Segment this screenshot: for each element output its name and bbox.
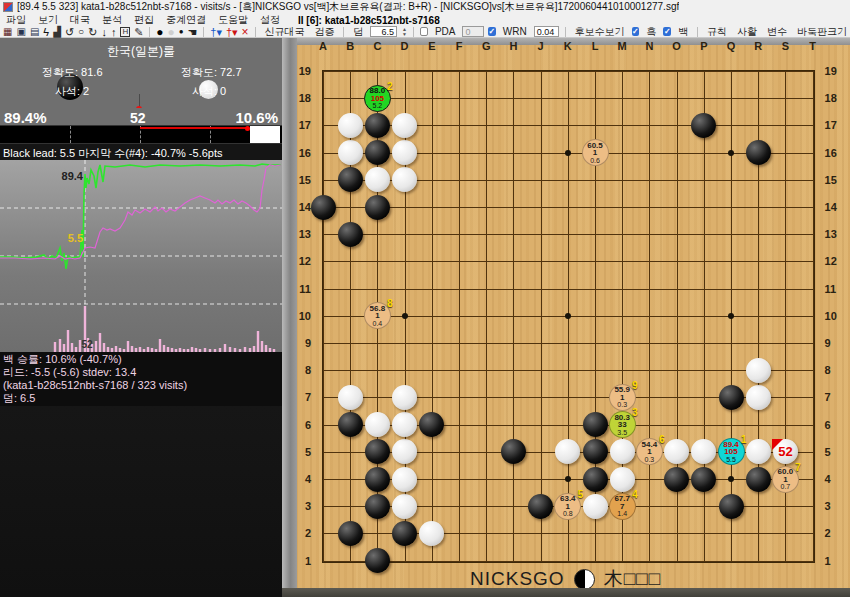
go-board[interactable]: ABCDEFGHJKLMNOPQRST191918181717161615151… (282, 38, 850, 597)
chart-columns-icon[interactable]: ▟ (53, 27, 61, 37)
toolbar-separator (697, 27, 698, 37)
menu-item-파일[interactable]: 파일 (6, 13, 26, 27)
coord-top-H: H (505, 40, 521, 52)
black-stone-J3 (528, 494, 553, 519)
menu-item-대국[interactable]: 대국 (70, 13, 90, 27)
white-stone-M5 (610, 439, 635, 464)
black-stone-R16 (746, 140, 771, 165)
panel-empty-area (0, 406, 282, 597)
engine-stats: 백 승률: 10.6% (-40.7%) 리드: -5.5 (-5.6) std… (0, 352, 282, 406)
blue-cross-dropdown-icon[interactable]: †▾ (210, 27, 222, 37)
black-stone-O4 (664, 467, 689, 492)
coord-right-18: 18 (825, 92, 841, 104)
lead-summary: Black lead: 5.5 마지막 수(#4): -40.7% -5.6pt… (3, 146, 281, 161)
toolbar-separator (149, 27, 150, 37)
analysis-circle-M3[interactable]: 67.771.44 (609, 493, 636, 520)
black-winrate: 89.4% (4, 109, 47, 126)
coord-left-3: 3 (295, 500, 311, 512)
analysis-circle-Q5[interactable]: 89.41055.51 (718, 438, 745, 465)
black-stone-icon[interactable]: ● (156, 27, 163, 37)
black-stone-D2 (392, 521, 417, 546)
white-stone-B16 (338, 140, 363, 165)
coord-right-3: 3 (825, 500, 841, 512)
coord-right-2: 2 (825, 527, 841, 539)
new-game-button[interactable]: 신규대국 (261, 25, 307, 39)
hand-icon[interactable]: ☚ (188, 27, 198, 37)
white-stone-B17 (338, 113, 363, 138)
analysis-rank: 2 (387, 81, 393, 92)
black-stone-C3 (365, 494, 390, 519)
rule-label: 한국(일본)룰 (0, 43, 282, 60)
analysis-rank: 5 (578, 489, 584, 500)
coord-left-16: 16 (295, 147, 311, 159)
black-stone-R4 (746, 467, 771, 492)
toolbar-button-사활[interactable]: 사활 (734, 25, 760, 39)
yin-yang-stone-icon (574, 569, 595, 590)
svg-text:5.5: 5.5 (68, 232, 83, 244)
white-stone-B7 (338, 385, 363, 410)
wrn-input[interactable]: 0.04 (534, 26, 559, 37)
menu-item-편집[interactable]: 편집 (134, 13, 154, 27)
star-point-Q10 (728, 313, 734, 319)
coord-top-Q: Q (723, 40, 739, 52)
rotate-icon[interactable]: ↻ (88, 27, 97, 37)
menu-item-분석[interactable]: 분석 (102, 13, 122, 27)
coord-top-D: D (397, 40, 413, 52)
board-tabs-icon[interactable]: ▦ (3, 27, 12, 37)
black-stone-Q7 (719, 385, 744, 410)
last-move-flag (772, 439, 783, 450)
coord-right-10: 10 (825, 310, 841, 322)
coord-left-8: 8 (295, 364, 311, 376)
analysis-rank: 8 (387, 298, 393, 309)
coord-left-18: 18 (295, 92, 311, 104)
coord-left-1: 1 (295, 555, 311, 567)
player-header: 한국(일본)룰 정확도: 81.6 정확도: 72.7 사석: 2 사석: 0 … (0, 38, 282, 108)
coord-left-14: 14 (295, 201, 311, 213)
pda-input[interactable]: 0 (462, 26, 484, 37)
coord-right-15: 15 (825, 174, 841, 186)
coord-right-11: 11 (825, 283, 841, 295)
coord-right-19: 19 (825, 65, 841, 77)
stats-line-4: 덤: 6.5 (3, 392, 279, 405)
wrn-label: WRN (500, 26, 530, 37)
white-stone-D7 (392, 385, 417, 410)
analysis-score: 0.8 (563, 510, 573, 517)
analysis-rank: 9 (632, 380, 638, 391)
winrate-delta-marker (245, 126, 250, 131)
toolbar-separator (413, 27, 414, 37)
black-stone-L6 (583, 412, 608, 437)
arrow-down-icon[interactable]: ↓ (101, 27, 107, 37)
toolbar-button-규칙[interactable]: 규칙 (704, 25, 730, 39)
analysis-circle-M6[interactable]: 80.3333.53 (609, 411, 636, 438)
coord-right-7: 7 (825, 391, 841, 403)
coord-top-P: P (696, 40, 712, 52)
white-stone-R7 (746, 385, 771, 410)
black-stone-A14 (311, 195, 336, 220)
red-x-icon[interactable]: × (242, 27, 249, 37)
star-point-D10 (402, 313, 408, 319)
coord-top-B: B (342, 40, 358, 52)
title-bar: [89.4 5.5 323] kata1-b28c512nbt-s7168 - … (0, 0, 850, 14)
analysis-visits: 33 (618, 421, 627, 429)
analysis-rank: 6 (659, 434, 665, 445)
small-black-stone-icon[interactable]: ● (179, 27, 184, 37)
analysis-visits: 105 (371, 95, 384, 103)
pda-checkbox[interactable] (420, 27, 428, 36)
analysis-rank: 4 (632, 489, 638, 500)
app-window: [89.4 5.5 323] kata1-b28c512nbt-s7168 - … (0, 0, 850, 597)
komi-input[interactable]: 6.5 (370, 26, 397, 37)
star-point-K4 (565, 476, 571, 482)
stats-line-2: 리드: -5.5 (-5.6) stdev: 13.4 (3, 366, 279, 379)
coord-top-F: F (451, 40, 467, 52)
analysis-visits: 1 (566, 503, 570, 511)
coord-left-2: 2 (295, 527, 311, 539)
black-candidates-label: 흑 (643, 25, 659, 39)
white-stone-M4 (610, 467, 635, 492)
coord-left-15: 15 (295, 174, 311, 186)
analysis-visits: 1 (647, 448, 651, 456)
coord-left-5: 5 (295, 446, 311, 458)
analysis-score: 5.5 (726, 456, 736, 463)
stats-line-3: (kata1-b28c512nbt-s7168 / 323 visits) (3, 379, 279, 392)
window-title: [89.4 5.5 323] kata1-b28c512nbt-s7168 - … (17, 0, 679, 14)
analysis-score: 0.7 (781, 483, 791, 490)
coord-left-13: 13 (295, 228, 311, 240)
white-candidates-label: 백 (675, 25, 691, 39)
coord-left-6: 6 (295, 419, 311, 431)
analysis-circle-S4[interactable]: 60.010.77 (772, 466, 799, 493)
save-icon[interactable]: ▤ (30, 27, 39, 37)
white-stone-icon[interactable]: ● (167, 27, 174, 37)
coord-left-9: 9 (295, 337, 311, 349)
black-stone-B13 (338, 222, 363, 247)
analysis-visits: 1 (783, 476, 787, 484)
coord-right-9: 9 (825, 337, 841, 349)
komi-label: 덤 (350, 25, 366, 39)
coord-left-17: 17 (295, 119, 311, 131)
coord-left-7: 7 (295, 391, 311, 403)
black-stone-C4 (365, 467, 390, 492)
white-captures: 사석: 0 (192, 84, 226, 99)
winrate-graph[interactable]: 89.45.552 (0, 160, 282, 352)
white-stone-C6 (365, 412, 390, 437)
white-stone-D4 (392, 467, 417, 492)
coord-right-14: 14 (825, 201, 841, 213)
quarter-line (70, 126, 71, 143)
app-icon (3, 2, 13, 12)
black-captures: 사석: 2 (55, 84, 89, 99)
coord-top-J: J (533, 40, 549, 52)
toolbar-separator (343, 27, 344, 37)
white-stone-L3 (583, 494, 608, 519)
white-winrate: 10.6% (235, 109, 278, 126)
coord-left-19: 19 (295, 65, 311, 77)
coord-top-T: T (805, 40, 821, 52)
coord-left-11: 11 (295, 283, 311, 295)
analysis-visits: 105 (724, 448, 737, 456)
winrate-delta-line (140, 127, 248, 129)
pda-label: PDA (432, 26, 459, 37)
analysis-score: 0.4 (373, 320, 383, 327)
arrow-up-icon[interactable]: ↑ (111, 27, 117, 37)
winrate-row: 89.4% 52 10.6% (0, 108, 282, 125)
undo-circle-icon[interactable]: ↺ (65, 27, 74, 37)
coord-top-A: A (315, 40, 331, 52)
coord-top-S: S (777, 40, 793, 52)
analysis-circle-C10[interactable]: 56.810.48 (364, 302, 391, 329)
coord-right-13: 13 (825, 228, 841, 240)
black-stone-Q3 (719, 494, 744, 519)
coord-top-K: K (560, 40, 576, 52)
black-stone-C1 (365, 548, 390, 573)
board-bottom-edge (282, 588, 850, 597)
white-winrate-segment (250, 126, 280, 143)
pencil-icon[interactable]: ✎ (134, 27, 143, 37)
white-stone-D3 (392, 494, 417, 519)
svg-text:89.4: 89.4 (62, 170, 84, 182)
analysis-score: 3.5 (617, 429, 627, 436)
open-folder-icon[interactable]: ▣ (16, 27, 25, 37)
toolbar-button-변수[interactable]: 변수 (764, 25, 790, 39)
toolbar-separator (203, 27, 204, 37)
white-candidates-checkbox[interactable]: ✓ (663, 27, 671, 36)
star-point-K10 (565, 313, 571, 319)
coord-left-10: 10 (295, 310, 311, 322)
verify-button[interactable]: 검증 (311, 25, 337, 39)
white-accuracy: 정확도: 72.7 (181, 65, 242, 80)
black-candidates-checkbox[interactable]: ✓ (632, 27, 640, 36)
coord-right-6: 6 (825, 419, 841, 431)
white-stone-R5 (746, 439, 771, 464)
stats-line-1: 백 승률: 10.6% (-40.7%) (3, 353, 279, 366)
komi-spinner[interactable]: ▲▼ (402, 27, 407, 37)
move-number: 52 (130, 110, 146, 126)
black-stone-P4 (691, 467, 716, 492)
analysis-circle-K3[interactable]: 63.410.85 (554, 493, 581, 520)
analysis-rank: 3 (632, 407, 638, 418)
coord-right-5: 5 (825, 446, 841, 458)
coord-top-O: O (669, 40, 685, 52)
analysis-visits: 1 (620, 394, 624, 402)
analysis-score: 0.3 (645, 456, 655, 463)
engine-lightning-icon[interactable]: ϟ (43, 27, 49, 37)
coord-top-E: E (424, 40, 440, 52)
analysis-circle-N5[interactable]: 54.410.36 (636, 438, 663, 465)
black-stone-C16 (365, 140, 390, 165)
analysis-visits: 1 (375, 312, 379, 320)
toolbar: ▦▣▤ϟ▟↺○↻↓↑H✎●●●☚†▾†▾×신규대국검증덤6.5▲▼PDA0✓WR… (0, 26, 850, 38)
black-stone-L4 (583, 467, 608, 492)
coord-right-1: 1 (825, 555, 841, 567)
toolbar-separator (255, 27, 256, 37)
coord-top-L: L (587, 40, 603, 52)
coord-right-17: 17 (825, 119, 841, 131)
menu-item-보기[interactable]: 보기 (38, 13, 58, 27)
white-stone-D17 (392, 113, 417, 138)
coord-top-M: M (614, 40, 630, 52)
black-stone-L5 (583, 439, 608, 464)
toolbar-separator (565, 27, 566, 37)
white-stone-R8 (746, 358, 771, 383)
analysis-score: 1.4 (617, 510, 627, 517)
coord-left-4: 4 (295, 473, 311, 485)
black-stone-C17 (365, 113, 390, 138)
winrate-bar[interactable] (0, 125, 282, 144)
circle-icon[interactable]: ○ (78, 27, 84, 37)
coord-top-G: G (478, 40, 494, 52)
analysis-circle-C18[interactable]: 88.01055.22 (364, 85, 391, 112)
analysis-circle-L16[interactable]: 60.510.6 (582, 139, 609, 166)
black-stone-B6 (338, 412, 363, 437)
analysis-score: 0.3 (617, 401, 627, 408)
black-stone-B2 (338, 521, 363, 546)
coord-right-16: 16 (825, 147, 841, 159)
svg-text:52: 52 (81, 339, 93, 350)
black-stone-B15 (338, 167, 363, 192)
wrn-checkbox[interactable]: ✓ (488, 27, 496, 36)
coord-right-12: 12 (825, 255, 841, 267)
analysis-score: 5.2 (373, 102, 383, 109)
analysis-score: 0.6 (590, 157, 600, 164)
coord-top-R: R (750, 40, 766, 52)
candidates-label: 후보수보기 (572, 25, 628, 39)
analysis-rank: 1 (741, 434, 747, 445)
red-cross-dropdown-icon[interactable]: †▾ (226, 27, 238, 37)
coord-left-12: 12 (295, 255, 311, 267)
coord-right-4: 4 (825, 473, 841, 485)
black-player-name: NICKSGO (470, 568, 565, 590)
coord-top-C: C (369, 40, 385, 52)
star-point-K16 (565, 150, 571, 156)
h-box-icon[interactable]: H (120, 27, 130, 37)
analysis-panel: 한국(일본)룰 정확도: 81.6 정확도: 72.7 사석: 2 사석: 0 … (0, 38, 282, 597)
black-stone-C14 (365, 195, 390, 220)
star-point-Q4 (728, 476, 734, 482)
analysis-rank: 7 (795, 462, 801, 473)
toolbar-button-바둑판크기[interactable]: 바둑판크기 (794, 25, 850, 39)
coord-top-N: N (641, 40, 657, 52)
coord-right-8: 8 (825, 364, 841, 376)
analysis-visits: 1 (593, 149, 597, 157)
star-point-Q16 (728, 150, 734, 156)
analysis-visits: 7 (620, 503, 624, 511)
black-accuracy: 정확도: 81.6 (42, 65, 103, 80)
